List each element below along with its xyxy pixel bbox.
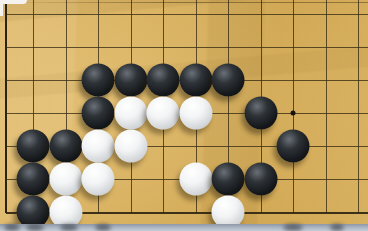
grid-row-line [6, 14, 368, 15]
black-stone[interactable] [147, 64, 180, 97]
white-stone[interactable] [147, 97, 180, 130]
black-stone[interactable] [17, 163, 50, 196]
window-corner-sliver [0, 0, 27, 4]
black-stone[interactable] [244, 163, 277, 196]
strip-shadow-blob [60, 224, 78, 231]
white-stone[interactable] [49, 163, 82, 196]
black-stone[interactable] [49, 130, 82, 163]
strip-shadow-blob [283, 224, 303, 231]
white-stone[interactable] [114, 97, 147, 130]
black-stone[interactable] [212, 163, 245, 196]
black-stone[interactable] [82, 64, 115, 97]
white-stone[interactable] [179, 97, 212, 130]
black-stone[interactable] [244, 97, 277, 130]
strip-shadow-blob [330, 224, 344, 231]
black-stone[interactable] [277, 130, 310, 163]
white-stone[interactable] [114, 130, 147, 163]
grid-column-line [5, 0, 7, 213]
white-stone[interactable] [82, 163, 115, 196]
go-app-window [0, 0, 368, 231]
top-partial-grid-line [0, 2, 368, 3]
black-stone[interactable] [212, 64, 245, 97]
black-stone[interactable] [17, 130, 50, 163]
strip-shadow-blob [26, 224, 44, 231]
star-point [291, 111, 296, 116]
grid-column-line [293, 0, 294, 213]
grid-column-line [358, 0, 359, 213]
black-stone[interactable] [82, 97, 115, 130]
white-stone[interactable] [179, 163, 212, 196]
grid-column-line [326, 0, 327, 213]
white-stone[interactable] [82, 130, 115, 163]
strip-shadow-blob [95, 224, 111, 231]
black-stone[interactable] [179, 64, 212, 97]
window-corner-sliver [0, 0, 3, 16]
strip-shadow-blob [4, 224, 20, 231]
black-stone[interactable] [114, 64, 147, 97]
grid-row-line [6, 47, 368, 48]
board-edge-strip [0, 224, 368, 231]
